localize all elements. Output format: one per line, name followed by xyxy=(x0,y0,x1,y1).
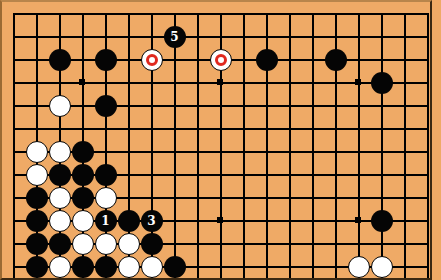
board-cell xyxy=(163,209,186,232)
white-stone xyxy=(141,256,163,278)
black-stone xyxy=(95,49,117,71)
board-cell xyxy=(393,209,416,232)
board-cell xyxy=(94,94,117,117)
board-cell xyxy=(48,48,71,71)
board-cell xyxy=(48,25,71,48)
board-cell xyxy=(186,163,209,186)
board-cell xyxy=(94,163,117,186)
board-cell xyxy=(255,25,278,48)
board-cell xyxy=(71,71,94,94)
board-cell xyxy=(232,163,255,186)
board-cell xyxy=(48,117,71,140)
circle-mark-icon xyxy=(146,54,158,66)
board-cell xyxy=(416,186,432,209)
board-cell xyxy=(25,2,48,25)
board-cell xyxy=(255,117,278,140)
white-stone xyxy=(49,256,71,278)
white-stone xyxy=(118,256,140,278)
white-stone xyxy=(49,187,71,209)
board-cell xyxy=(117,2,140,25)
board-cell xyxy=(163,117,186,140)
board-cell: 5 xyxy=(163,25,186,48)
board-cell xyxy=(25,232,48,255)
board-cell xyxy=(232,71,255,94)
white-stone xyxy=(95,233,117,255)
black-stone xyxy=(72,187,94,209)
board-cell xyxy=(140,25,163,48)
circle-mark-icon xyxy=(215,54,227,66)
board-cell xyxy=(25,163,48,186)
board-cell xyxy=(347,232,370,255)
board-cell xyxy=(393,2,416,25)
board-cell xyxy=(347,140,370,163)
board-cell xyxy=(186,94,209,117)
board-cell xyxy=(48,140,71,163)
board-cell xyxy=(301,163,324,186)
board-cell xyxy=(347,117,370,140)
board-cell xyxy=(232,117,255,140)
board-cell xyxy=(209,2,232,25)
black-stone: 3 xyxy=(141,210,163,232)
board-cell xyxy=(25,186,48,209)
black-stone xyxy=(49,164,71,186)
board-cell xyxy=(25,25,48,48)
board-cell xyxy=(117,94,140,117)
white-stone xyxy=(118,233,140,255)
board-cell xyxy=(370,94,393,117)
board-cell xyxy=(209,25,232,48)
board-cell xyxy=(140,140,163,163)
black-stone xyxy=(26,187,48,209)
white-stone xyxy=(95,187,117,209)
board-cell xyxy=(186,140,209,163)
board-cell xyxy=(324,140,347,163)
board-cell xyxy=(117,209,140,232)
board-cell xyxy=(48,163,71,186)
board-cell xyxy=(48,232,71,255)
board-cell xyxy=(71,255,94,278)
board-cell xyxy=(301,140,324,163)
board-cell xyxy=(2,48,25,71)
board-cell xyxy=(2,117,25,140)
board-cell xyxy=(301,71,324,94)
board-cell xyxy=(117,71,140,94)
board-cell xyxy=(416,71,432,94)
board-cell xyxy=(370,71,393,94)
board-cell xyxy=(163,186,186,209)
board-cell xyxy=(2,71,25,94)
board-cell xyxy=(2,209,25,232)
white-stone xyxy=(72,210,94,232)
board-cell xyxy=(94,25,117,48)
board-cell xyxy=(347,2,370,25)
black-stone: 1 xyxy=(95,210,117,232)
black-stone xyxy=(141,233,163,255)
black-stone xyxy=(256,49,278,71)
board-cell xyxy=(2,186,25,209)
board-cell xyxy=(209,117,232,140)
board-cell xyxy=(347,25,370,48)
board-cell xyxy=(186,186,209,209)
board-cell xyxy=(140,232,163,255)
board-cell xyxy=(232,232,255,255)
board-cell xyxy=(370,255,393,278)
black-stone xyxy=(49,233,71,255)
move-number-label: 3 xyxy=(147,215,155,227)
board-cell xyxy=(301,186,324,209)
white-stone xyxy=(348,256,370,278)
board-cell xyxy=(255,186,278,209)
board-cell xyxy=(186,255,209,278)
board-cell xyxy=(140,255,163,278)
black-stone xyxy=(325,49,347,71)
board-cell xyxy=(2,94,25,117)
board-cell xyxy=(255,2,278,25)
board-cell xyxy=(140,2,163,25)
board-cell xyxy=(163,2,186,25)
board-cell xyxy=(393,25,416,48)
board-cell xyxy=(301,209,324,232)
board-cell xyxy=(163,94,186,117)
black-stone xyxy=(72,164,94,186)
board-cell xyxy=(324,117,347,140)
board-cell xyxy=(25,209,48,232)
board-cell xyxy=(186,117,209,140)
go-diagram: 513 xyxy=(0,0,441,280)
board-cell xyxy=(370,2,393,25)
board-cell xyxy=(2,232,25,255)
board-cell xyxy=(347,48,370,71)
board-cell xyxy=(117,163,140,186)
board-cell xyxy=(209,71,232,94)
board-cell xyxy=(393,94,416,117)
board-cell xyxy=(347,71,370,94)
board-cell xyxy=(393,48,416,71)
board-cell xyxy=(163,71,186,94)
white-stone xyxy=(26,141,48,163)
board-cell xyxy=(416,2,432,25)
board-cell xyxy=(324,2,347,25)
board-cell xyxy=(140,163,163,186)
board-cell xyxy=(163,232,186,255)
board-cell xyxy=(393,255,416,278)
board-cell xyxy=(232,140,255,163)
board-cell xyxy=(255,94,278,117)
board-cell xyxy=(278,25,301,48)
board-cell xyxy=(255,209,278,232)
board-cell xyxy=(209,163,232,186)
board-cell: 1 xyxy=(94,209,117,232)
board-cell xyxy=(25,94,48,117)
board-cell xyxy=(94,255,117,278)
board-cell xyxy=(370,140,393,163)
move-number-label: 1 xyxy=(101,215,109,227)
board-cell xyxy=(393,117,416,140)
board-cell xyxy=(370,163,393,186)
black-stone: 5 xyxy=(164,26,186,48)
board-cell xyxy=(140,48,163,71)
black-stone xyxy=(95,95,117,117)
board-cell xyxy=(209,186,232,209)
board-cell xyxy=(48,255,71,278)
board-cell xyxy=(71,2,94,25)
star-point xyxy=(355,79,361,85)
board-cell xyxy=(209,232,232,255)
board-cell xyxy=(370,186,393,209)
board-cell xyxy=(209,255,232,278)
board-cell xyxy=(255,140,278,163)
board-cell xyxy=(2,255,25,278)
board-cell xyxy=(163,163,186,186)
white-stone xyxy=(72,233,94,255)
board-cell xyxy=(163,255,186,278)
board-cell xyxy=(370,232,393,255)
board-cell xyxy=(48,94,71,117)
board-cell: 3 xyxy=(140,209,163,232)
board-cell xyxy=(393,71,416,94)
white-stone xyxy=(26,164,48,186)
board-cell xyxy=(48,186,71,209)
board-cell xyxy=(232,186,255,209)
board-cell xyxy=(278,232,301,255)
board-frame: 513 xyxy=(0,0,432,280)
board-cell xyxy=(416,140,432,163)
board-cell xyxy=(232,209,255,232)
board-cell xyxy=(416,94,432,117)
board-cell xyxy=(324,94,347,117)
board-cell xyxy=(278,71,301,94)
black-stone xyxy=(164,256,186,278)
black-stone xyxy=(371,72,393,94)
board-cell xyxy=(94,186,117,209)
board-cell xyxy=(416,163,432,186)
board-cell xyxy=(71,25,94,48)
board-cell xyxy=(347,209,370,232)
board-cell xyxy=(324,163,347,186)
board-cell xyxy=(393,140,416,163)
board-cell xyxy=(301,232,324,255)
board-cell xyxy=(278,140,301,163)
board-cell xyxy=(186,209,209,232)
board-cell xyxy=(393,186,416,209)
board-cell xyxy=(347,186,370,209)
board-cell xyxy=(347,94,370,117)
board-cell xyxy=(117,186,140,209)
board-cell xyxy=(301,255,324,278)
board-cell xyxy=(71,209,94,232)
board-cell xyxy=(324,25,347,48)
board-cell xyxy=(255,163,278,186)
board-cell xyxy=(370,25,393,48)
board-cell xyxy=(25,117,48,140)
board-cell xyxy=(278,163,301,186)
white-stone xyxy=(49,95,71,117)
board-cell xyxy=(186,232,209,255)
white-stone xyxy=(210,49,232,71)
star-point xyxy=(355,217,361,223)
board-cell xyxy=(393,163,416,186)
board-cell xyxy=(416,48,432,71)
board-cell xyxy=(209,94,232,117)
board-cell xyxy=(25,71,48,94)
black-stone xyxy=(26,233,48,255)
board-cell xyxy=(94,48,117,71)
board-cell xyxy=(186,25,209,48)
board-cell xyxy=(416,117,432,140)
black-stone xyxy=(371,210,393,232)
board-cell xyxy=(48,2,71,25)
board-cell xyxy=(255,255,278,278)
board-cell xyxy=(2,2,25,25)
board-cell xyxy=(232,48,255,71)
board-cell xyxy=(255,71,278,94)
board-cell xyxy=(347,255,370,278)
board-cell xyxy=(278,2,301,25)
black-stone xyxy=(49,49,71,71)
board-cell xyxy=(94,140,117,163)
board-cell xyxy=(278,48,301,71)
board-cell xyxy=(324,209,347,232)
board-cell xyxy=(301,48,324,71)
go-board: 513 xyxy=(2,2,432,278)
board-cell xyxy=(301,25,324,48)
board-cell xyxy=(324,255,347,278)
board-cell xyxy=(117,48,140,71)
board-cell xyxy=(71,94,94,117)
black-stone xyxy=(26,256,48,278)
star-point xyxy=(217,217,223,223)
board-cell xyxy=(416,25,432,48)
board-cell xyxy=(324,71,347,94)
board-cell xyxy=(2,25,25,48)
board-cell xyxy=(140,71,163,94)
board-cell xyxy=(94,2,117,25)
board-cell xyxy=(301,117,324,140)
board-cell xyxy=(370,48,393,71)
board-cell xyxy=(416,255,432,278)
board-cell xyxy=(393,232,416,255)
board-cell xyxy=(301,94,324,117)
board-cell xyxy=(209,209,232,232)
board-cell xyxy=(94,232,117,255)
board-cell xyxy=(71,140,94,163)
board-cell xyxy=(232,255,255,278)
board-cell xyxy=(71,232,94,255)
board-cell xyxy=(25,255,48,278)
board-cell xyxy=(301,2,324,25)
board-cell xyxy=(140,117,163,140)
black-stone xyxy=(72,141,94,163)
board-cell xyxy=(186,2,209,25)
board-cell xyxy=(232,94,255,117)
board-cell xyxy=(186,71,209,94)
black-stone xyxy=(95,256,117,278)
board-cell xyxy=(186,48,209,71)
board-cell xyxy=(94,117,117,140)
board-cell xyxy=(416,232,432,255)
star-point xyxy=(79,79,85,85)
board-cell xyxy=(278,209,301,232)
board-cell xyxy=(48,209,71,232)
board-cell xyxy=(71,117,94,140)
board-cell xyxy=(140,186,163,209)
board-cell xyxy=(25,140,48,163)
board-cell xyxy=(163,48,186,71)
white-stone xyxy=(371,256,393,278)
white-stone xyxy=(141,49,163,71)
board-cell xyxy=(163,140,186,163)
board-cell xyxy=(416,209,432,232)
board-cell xyxy=(48,71,71,94)
board-cell xyxy=(209,48,232,71)
board-cell xyxy=(324,48,347,71)
board-cell xyxy=(71,186,94,209)
board-cell xyxy=(117,25,140,48)
board-cell xyxy=(117,232,140,255)
board-cell xyxy=(347,163,370,186)
board-cell xyxy=(370,209,393,232)
board-cell xyxy=(278,94,301,117)
board-cell xyxy=(255,232,278,255)
board-cell xyxy=(71,163,94,186)
board-cell xyxy=(278,186,301,209)
board-cell xyxy=(117,140,140,163)
board-cell xyxy=(255,48,278,71)
black-stone xyxy=(118,210,140,232)
black-stone xyxy=(95,164,117,186)
board-cell xyxy=(117,117,140,140)
board-cell xyxy=(232,25,255,48)
board-cell xyxy=(278,255,301,278)
star-point xyxy=(217,79,223,85)
white-stone xyxy=(49,141,71,163)
board-cell xyxy=(232,2,255,25)
board-cell xyxy=(117,255,140,278)
board-cell xyxy=(25,48,48,71)
board-cell xyxy=(2,140,25,163)
board-cell xyxy=(2,163,25,186)
black-stone xyxy=(72,256,94,278)
white-stone xyxy=(49,210,71,232)
board-cell xyxy=(94,71,117,94)
black-stone xyxy=(26,210,48,232)
board-cell xyxy=(278,117,301,140)
board-cell xyxy=(370,117,393,140)
move-number-label: 5 xyxy=(170,31,178,43)
board-cell xyxy=(71,48,94,71)
board-cell xyxy=(324,232,347,255)
board-cell xyxy=(324,186,347,209)
board-cell xyxy=(209,140,232,163)
board-cell xyxy=(140,94,163,117)
